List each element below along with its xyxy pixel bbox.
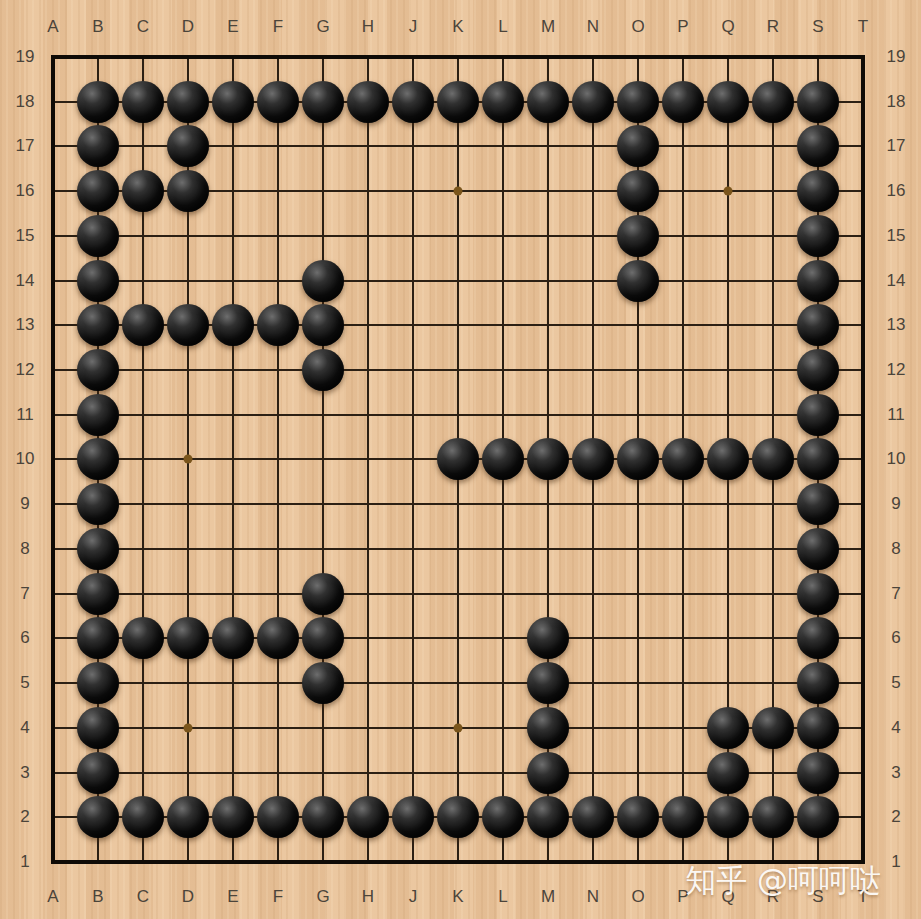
black-stone-N2 <box>572 796 614 838</box>
black-stone-G5 <box>302 662 344 704</box>
column-label-top-F: F <box>273 17 283 37</box>
black-stone-S6 <box>797 617 839 659</box>
row-label-left-1: 1 <box>20 852 29 872</box>
black-stone-S2 <box>797 796 839 838</box>
black-stone-B17 <box>77 125 119 167</box>
black-stone-S3 <box>797 752 839 794</box>
black-stone-G13 <box>302 304 344 346</box>
column-label-top-E: E <box>227 17 238 37</box>
black-stone-O18 <box>617 81 659 123</box>
black-stone-L18 <box>482 81 524 123</box>
black-stone-B8 <box>77 528 119 570</box>
black-stone-B4 <box>77 707 119 749</box>
watermark: 知乎 @呵呵哒 <box>685 860 881 902</box>
column-label-bottom-N: N <box>587 887 599 907</box>
column-label-bottom-J: J <box>409 887 418 907</box>
row-label-right-1: 1 <box>891 852 900 872</box>
row-label-left-15: 15 <box>16 226 35 246</box>
black-stone-S15 <box>797 215 839 257</box>
black-stone-L2 <box>482 796 524 838</box>
row-label-left-12: 12 <box>16 360 35 380</box>
row-label-right-17: 17 <box>887 136 906 156</box>
black-stone-O15 <box>617 215 659 257</box>
black-stone-F2 <box>257 796 299 838</box>
black-stone-M18 <box>527 81 569 123</box>
black-stone-O14 <box>617 260 659 302</box>
black-stone-N18 <box>572 81 614 123</box>
black-stone-M4 <box>527 707 569 749</box>
black-stone-O16 <box>617 170 659 212</box>
black-stone-P2 <box>662 796 704 838</box>
column-label-bottom-K: K <box>452 887 463 907</box>
black-stone-E13 <box>212 304 254 346</box>
black-stone-C6 <box>122 617 164 659</box>
black-stone-H18 <box>347 81 389 123</box>
column-label-top-J: J <box>409 17 418 37</box>
row-label-left-8: 8 <box>20 539 29 559</box>
black-stone-O2 <box>617 796 659 838</box>
black-stone-S17 <box>797 125 839 167</box>
black-stone-B5 <box>77 662 119 704</box>
row-label-left-3: 3 <box>20 763 29 783</box>
row-label-right-11: 11 <box>887 405 905 425</box>
black-stone-M3 <box>527 752 569 794</box>
black-stone-E18 <box>212 81 254 123</box>
black-stone-D16 <box>167 170 209 212</box>
black-stone-B18 <box>77 81 119 123</box>
black-stone-R10 <box>752 438 794 480</box>
column-label-bottom-B: B <box>92 887 103 907</box>
black-stone-C13 <box>122 304 164 346</box>
black-stone-Q3 <box>707 752 749 794</box>
row-label-right-15: 15 <box>887 226 906 246</box>
row-label-left-19: 19 <box>16 47 35 67</box>
black-stone-F6 <box>257 617 299 659</box>
column-label-bottom-O: O <box>631 887 644 907</box>
row-label-right-14: 14 <box>887 271 906 291</box>
black-stone-J2 <box>392 796 434 838</box>
black-stone-F13 <box>257 304 299 346</box>
column-label-top-S: S <box>812 17 823 37</box>
row-label-right-9: 9 <box>891 494 900 514</box>
black-stone-M5 <box>527 662 569 704</box>
column-label-bottom-D: D <box>182 887 194 907</box>
column-label-bottom-H: H <box>362 887 374 907</box>
star-point-D10 <box>184 455 193 464</box>
row-label-left-10: 10 <box>16 449 35 469</box>
column-label-top-D: D <box>182 17 194 37</box>
column-label-top-H: H <box>362 17 374 37</box>
column-label-top-R: R <box>767 17 779 37</box>
row-label-right-16: 16 <box>887 181 906 201</box>
black-stone-G18 <box>302 81 344 123</box>
black-stone-D13 <box>167 304 209 346</box>
star-point-K16 <box>454 187 463 196</box>
black-stone-B6 <box>77 617 119 659</box>
black-stone-F18 <box>257 81 299 123</box>
black-stone-M2 <box>527 796 569 838</box>
black-stone-Q10 <box>707 438 749 480</box>
star-point-K4 <box>454 723 463 732</box>
column-label-top-P: P <box>677 17 688 37</box>
column-label-top-C: C <box>137 17 149 37</box>
star-point-D4 <box>184 723 193 732</box>
black-stone-G6 <box>302 617 344 659</box>
black-stone-K10 <box>437 438 479 480</box>
black-stone-R4 <box>752 707 794 749</box>
row-label-right-12: 12 <box>887 360 906 380</box>
black-stone-R2 <box>752 796 794 838</box>
column-label-bottom-F: F <box>273 887 283 907</box>
black-stone-S10 <box>797 438 839 480</box>
black-stone-K18 <box>437 81 479 123</box>
row-label-right-6: 6 <box>891 628 900 648</box>
black-stone-Q4 <box>707 707 749 749</box>
black-stone-N10 <box>572 438 614 480</box>
column-label-top-L: L <box>498 17 507 37</box>
column-label-top-A: A <box>47 17 58 37</box>
row-label-right-18: 18 <box>887 92 906 112</box>
black-stone-Q2 <box>707 796 749 838</box>
row-label-left-16: 16 <box>16 181 35 201</box>
column-label-top-T: T <box>858 17 868 37</box>
row-label-left-14: 14 <box>16 271 35 291</box>
column-label-top-B: B <box>92 17 103 37</box>
black-stone-B16 <box>77 170 119 212</box>
row-label-left-18: 18 <box>16 92 35 112</box>
black-stone-P10 <box>662 438 704 480</box>
black-stone-S7 <box>797 573 839 615</box>
black-stone-Q18 <box>707 81 749 123</box>
black-stone-S5 <box>797 662 839 704</box>
column-label-bottom-G: G <box>316 887 329 907</box>
column-label-top-N: N <box>587 17 599 37</box>
column-label-bottom-M: M <box>541 887 555 907</box>
black-stone-C16 <box>122 170 164 212</box>
black-stone-H2 <box>347 796 389 838</box>
black-stone-P18 <box>662 81 704 123</box>
column-label-bottom-C: C <box>137 887 149 907</box>
black-stone-S9 <box>797 483 839 525</box>
row-label-right-19: 19 <box>887 47 906 67</box>
row-label-left-4: 4 <box>20 718 29 738</box>
row-label-right-2: 2 <box>891 807 900 827</box>
black-stone-O17 <box>617 125 659 167</box>
black-stone-S14 <box>797 260 839 302</box>
row-label-right-10: 10 <box>887 449 906 469</box>
black-stone-S8 <box>797 528 839 570</box>
column-label-bottom-L: L <box>498 887 507 907</box>
black-stone-L10 <box>482 438 524 480</box>
black-stone-K2 <box>437 796 479 838</box>
row-label-right-4: 4 <box>891 718 900 738</box>
black-stone-E2 <box>212 796 254 838</box>
black-stone-D18 <box>167 81 209 123</box>
row-label-right-7: 7 <box>891 584 900 604</box>
row-label-right-8: 8 <box>891 539 900 559</box>
row-label-left-7: 7 <box>20 584 29 604</box>
black-stone-B7 <box>77 573 119 615</box>
black-stone-S12 <box>797 349 839 391</box>
column-label-top-Q: Q <box>721 17 734 37</box>
row-label-left-17: 17 <box>16 136 35 156</box>
black-stone-D17 <box>167 125 209 167</box>
black-stone-B9 <box>77 483 119 525</box>
black-stone-B13 <box>77 304 119 346</box>
go-board-diagram: AABBCCDDEEFFGGHHJJKKLLMMNNOOPPQQRRSSTT19… <box>0 0 921 919</box>
black-stone-B15 <box>77 215 119 257</box>
black-stone-O10 <box>617 438 659 480</box>
column-label-top-G: G <box>316 17 329 37</box>
black-stone-B3 <box>77 752 119 794</box>
black-stone-D6 <box>167 617 209 659</box>
black-stone-B12 <box>77 349 119 391</box>
black-stone-J18 <box>392 81 434 123</box>
black-stone-S16 <box>797 170 839 212</box>
row-label-right-5: 5 <box>891 673 900 693</box>
black-stone-G2 <box>302 796 344 838</box>
black-stone-D2 <box>167 796 209 838</box>
row-label-left-5: 5 <box>20 673 29 693</box>
black-stone-E6 <box>212 617 254 659</box>
row-label-left-2: 2 <box>20 807 29 827</box>
black-stone-B10 <box>77 438 119 480</box>
black-stone-G7 <box>302 573 344 615</box>
black-stone-C18 <box>122 81 164 123</box>
row-label-left-11: 11 <box>16 405 34 425</box>
column-label-bottom-A: A <box>47 887 58 907</box>
star-point-Q16 <box>724 187 733 196</box>
black-stone-B2 <box>77 796 119 838</box>
column-label-top-O: O <box>631 17 644 37</box>
row-label-left-6: 6 <box>20 628 29 648</box>
black-stone-S11 <box>797 394 839 436</box>
black-stone-G12 <box>302 349 344 391</box>
black-stone-C2 <box>122 796 164 838</box>
column-label-top-K: K <box>452 17 463 37</box>
black-stone-S18 <box>797 81 839 123</box>
column-label-bottom-E: E <box>227 887 238 907</box>
row-label-left-13: 13 <box>16 315 35 335</box>
black-stone-B11 <box>77 394 119 436</box>
black-stone-S4 <box>797 707 839 749</box>
row-label-left-9: 9 <box>20 494 29 514</box>
black-stone-M10 <box>527 438 569 480</box>
black-stone-B14 <box>77 260 119 302</box>
column-label-top-M: M <box>541 17 555 37</box>
black-stone-R18 <box>752 81 794 123</box>
row-label-right-13: 13 <box>887 315 906 335</box>
black-stone-M6 <box>527 617 569 659</box>
row-label-right-3: 3 <box>891 763 900 783</box>
black-stone-S13 <box>797 304 839 346</box>
black-stone-G14 <box>302 260 344 302</box>
